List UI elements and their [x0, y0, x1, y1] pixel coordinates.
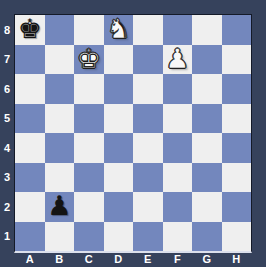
square-g2[interactable]	[192, 192, 222, 222]
square-a3[interactable]	[15, 163, 45, 193]
file-labels: ABCDEFGH	[15, 251, 251, 267]
square-d7[interactable]	[104, 45, 134, 75]
square-g4[interactable]	[192, 133, 222, 163]
square-d2[interactable]	[104, 192, 134, 222]
square-a2[interactable]	[15, 192, 45, 222]
square-h1[interactable]	[222, 222, 252, 252]
square-c3[interactable]	[74, 163, 104, 193]
white-knight[interactable]: ♞	[106, 15, 130, 42]
square-h2[interactable]	[222, 192, 252, 222]
square-d5[interactable]	[104, 104, 134, 134]
square-a4[interactable]	[15, 133, 45, 163]
rank-label-7: 7	[0, 45, 14, 75]
square-b8[interactable]	[45, 15, 75, 45]
square-e5[interactable]	[133, 104, 163, 134]
black-pawn[interactable]: ♟	[47, 192, 71, 219]
square-c6[interactable]	[74, 74, 104, 104]
square-c5[interactable]	[74, 104, 104, 134]
file-label-d: D	[104, 251, 134, 267]
chess-diagram: 87654321 ♚♞♚♟♟ ABCDEFGH	[0, 0, 266, 267]
square-f6[interactable]	[163, 74, 193, 104]
square-d4[interactable]	[104, 133, 134, 163]
file-label-g: G	[192, 251, 222, 267]
file-label-b: B	[45, 251, 75, 267]
square-g5[interactable]	[192, 104, 222, 134]
rank-label-5: 5	[0, 104, 14, 134]
square-g8[interactable]	[192, 15, 222, 45]
square-d1[interactable]	[104, 222, 134, 252]
file-label-e: E	[133, 251, 163, 267]
square-b6[interactable]	[45, 74, 75, 104]
file-label-f: F	[163, 251, 193, 267]
square-b5[interactable]	[45, 104, 75, 134]
square-b1[interactable]	[45, 222, 75, 252]
black-king[interactable]: ♚	[18, 15, 42, 42]
file-label-h: H	[222, 251, 252, 267]
rank-label-1: 1	[0, 222, 14, 252]
rank-label-2: 2	[0, 192, 14, 222]
square-f1[interactable]	[163, 222, 193, 252]
square-d8[interactable]: ♞	[104, 15, 134, 45]
square-e6[interactable]	[133, 74, 163, 104]
square-c4[interactable]	[74, 133, 104, 163]
square-b4[interactable]	[45, 133, 75, 163]
square-d6[interactable]	[104, 74, 134, 104]
rank-label-6: 6	[0, 74, 14, 104]
square-a8[interactable]: ♚	[15, 15, 45, 45]
square-e4[interactable]	[133, 133, 163, 163]
rank-label-3: 3	[0, 163, 14, 193]
square-c7[interactable]: ♚	[74, 45, 104, 75]
square-a6[interactable]	[15, 74, 45, 104]
square-g1[interactable]	[192, 222, 222, 252]
square-a1[interactable]	[15, 222, 45, 252]
rank-label-4: 4	[0, 133, 14, 163]
square-e2[interactable]	[133, 192, 163, 222]
square-h5[interactable]	[222, 104, 252, 134]
square-f4[interactable]	[163, 133, 193, 163]
rank-labels: 87654321	[0, 15, 14, 251]
square-b3[interactable]	[45, 163, 75, 193]
square-h3[interactable]	[222, 163, 252, 193]
square-e8[interactable]	[133, 15, 163, 45]
square-e1[interactable]	[133, 222, 163, 252]
square-c1[interactable]	[74, 222, 104, 252]
square-f7[interactable]: ♟	[163, 45, 193, 75]
square-a7[interactable]	[15, 45, 45, 75]
square-f3[interactable]	[163, 163, 193, 193]
square-f2[interactable]	[163, 192, 193, 222]
square-g3[interactable]	[192, 163, 222, 193]
square-h8[interactable]	[222, 15, 252, 45]
square-g6[interactable]	[192, 74, 222, 104]
white-king[interactable]: ♚	[77, 45, 101, 72]
square-e3[interactable]	[133, 163, 163, 193]
file-label-c: C	[74, 251, 104, 267]
square-f5[interactable]	[163, 104, 193, 134]
square-f8[interactable]	[163, 15, 193, 45]
file-label-a: A	[15, 251, 45, 267]
chess-board: ♚♞♚♟♟	[14, 14, 252, 253]
square-h7[interactable]	[222, 45, 252, 75]
square-b2[interactable]: ♟	[45, 192, 75, 222]
rank-label-8: 8	[0, 15, 14, 45]
square-g7[interactable]	[192, 45, 222, 75]
square-e7[interactable]	[133, 45, 163, 75]
square-d3[interactable]	[104, 163, 134, 193]
square-a5[interactable]	[15, 104, 45, 134]
square-c2[interactable]	[74, 192, 104, 222]
square-c8[interactable]	[74, 15, 104, 45]
square-h4[interactable]	[222, 133, 252, 163]
white-pawn[interactable]: ♟	[165, 45, 189, 72]
square-h6[interactable]	[222, 74, 252, 104]
square-b7[interactable]	[45, 45, 75, 75]
